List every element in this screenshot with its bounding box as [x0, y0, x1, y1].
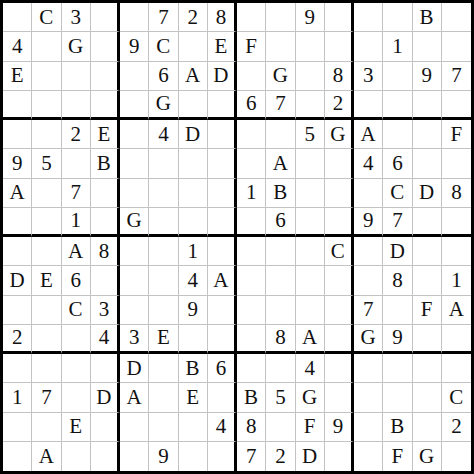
cell-r6c12[interactable] [325, 149, 354, 178]
cell-r13c7: B [179, 354, 208, 383]
cell-r12c4: 4 [91, 325, 120, 354]
cell-r5c1[interactable] [3, 120, 32, 149]
cell-r13c1[interactable] [3, 354, 32, 383]
cell-r3c6: 6 [149, 62, 178, 91]
cell-r7c15: D [413, 179, 442, 208]
cell-r2c9: F [237, 32, 266, 61]
cell-r13c12[interactable] [325, 354, 354, 383]
cell-r10c9[interactable] [237, 266, 266, 295]
cell-r8c11[interactable] [296, 208, 325, 237]
cell-r7c10: B [266, 179, 295, 208]
cell-r5c8[interactable] [208, 120, 237, 149]
cell-r2c12[interactable] [325, 32, 354, 61]
cell-r15c3: E [62, 413, 91, 442]
cell-r11c2[interactable] [32, 296, 61, 325]
cell-r12c7[interactable] [179, 325, 208, 354]
cell-r12c14: 9 [383, 325, 412, 354]
cell-r10c2: E [32, 266, 61, 295]
cell-r13c10[interactable] [266, 354, 295, 383]
cell-r6c11[interactable] [296, 149, 325, 178]
cell-r7c4[interactable] [91, 179, 120, 208]
cell-r7c11[interactable] [296, 179, 325, 208]
cell-r15c15[interactable] [413, 413, 442, 442]
cell-r11c3: C [62, 296, 91, 325]
cell-r15c10[interactable] [266, 413, 295, 442]
cell-r12c16[interactable] [442, 325, 471, 354]
cell-r9c6[interactable] [149, 237, 178, 266]
cell-r8c9[interactable] [237, 208, 266, 237]
cell-r14c4: D [91, 383, 120, 412]
cell-r4c8[interactable] [208, 91, 237, 120]
cell-r12c6: E [149, 325, 178, 354]
cell-r7c3: 7 [62, 179, 91, 208]
cell-r15c6[interactable] [149, 413, 178, 442]
cell-r11c11[interactable] [296, 296, 325, 325]
cell-r9c4: 8 [91, 237, 120, 266]
cell-r12c15[interactable] [413, 325, 442, 354]
cell-r16c9: 7 [237, 442, 266, 471]
hexadoku-board: C37289B4G9CEF1E6ADG8397G6722E4D5GAF95BA4… [0, 0, 474, 474]
cell-r16c10: 2 [266, 442, 295, 471]
cell-r3c11[interactable] [296, 62, 325, 91]
cell-r7c7[interactable] [179, 179, 208, 208]
cell-r1c13[interactable] [354, 3, 383, 32]
cell-r3c10: G [266, 62, 295, 91]
cell-r16c15: G [413, 442, 442, 471]
cell-r15c12: 9 [325, 413, 354, 442]
cell-r2c4[interactable] [91, 32, 120, 61]
cell-r11c5[interactable] [120, 296, 149, 325]
cell-r2c5: 9 [120, 32, 149, 61]
cell-r3c12: 8 [325, 62, 354, 91]
cell-r5c12: G [325, 120, 354, 149]
cell-r9c15[interactable] [413, 237, 442, 266]
cell-r11c4: 3 [91, 296, 120, 325]
cell-r5c13: A [354, 120, 383, 149]
cell-r10c6[interactable] [149, 266, 178, 295]
cell-r5c4: E [91, 120, 120, 149]
cell-r9c11[interactable] [296, 237, 325, 266]
cell-r14c7: E [179, 383, 208, 412]
cell-r16c11: D [296, 442, 325, 471]
cell-r11c13: 7 [354, 296, 383, 325]
cell-r1c2: C [32, 3, 61, 32]
cell-r14c14[interactable] [383, 383, 412, 412]
cell-r2c13[interactable] [354, 32, 383, 61]
cell-r4c13[interactable] [354, 91, 383, 120]
cell-r16c1[interactable] [3, 442, 32, 471]
cell-r6c9[interactable] [237, 149, 266, 178]
cell-r4c1[interactable] [3, 91, 32, 120]
cell-r10c16: 1 [442, 266, 471, 295]
cell-r14c9: B [237, 383, 266, 412]
cell-r15c14: B [383, 413, 412, 442]
cell-r14c3[interactable] [62, 383, 91, 412]
cell-r9c5[interactable] [120, 237, 149, 266]
cell-r9c13[interactable] [354, 237, 383, 266]
cell-r15c13[interactable] [354, 413, 383, 442]
cell-r14c11: G [296, 383, 325, 412]
cell-r14c8[interactable] [208, 383, 237, 412]
cell-r13c8: 6 [208, 354, 237, 383]
cell-r3c9[interactable] [237, 62, 266, 91]
cell-r14c10: 5 [266, 383, 295, 412]
cell-r11c10[interactable] [266, 296, 295, 325]
cell-r1c15: B [413, 3, 442, 32]
cell-r4c11[interactable] [296, 91, 325, 120]
cell-r5c6: 4 [149, 120, 178, 149]
cell-r15c7[interactable] [179, 413, 208, 442]
cell-r4c5[interactable] [120, 91, 149, 120]
cell-r1c1[interactable] [3, 3, 32, 32]
cell-r10c3: 6 [62, 266, 91, 295]
cell-r4c6: G [149, 91, 178, 120]
cell-r14c6[interactable] [149, 383, 178, 412]
cell-r5c9[interactable] [237, 120, 266, 149]
cell-r8c5: G [120, 208, 149, 237]
cell-r10c5[interactable] [120, 266, 149, 295]
cell-r5c16: F [442, 120, 471, 149]
cell-r12c10: 8 [266, 325, 295, 354]
cell-r13c6[interactable] [149, 354, 178, 383]
cell-r16c3[interactable] [62, 442, 91, 471]
cell-r8c6[interactable] [149, 208, 178, 237]
cell-r4c10: 7 [266, 91, 295, 120]
cell-r4c9: 6 [237, 91, 266, 120]
cell-r14c12[interactable] [325, 383, 354, 412]
cell-r11c15: F [413, 296, 442, 325]
cell-r3c14[interactable] [383, 62, 412, 91]
cell-r16c8[interactable] [208, 442, 237, 471]
cell-r1c10[interactable] [266, 3, 295, 32]
cell-r3c7: A [179, 62, 208, 91]
cell-r15c16: 2 [442, 413, 471, 442]
cell-r4c2[interactable] [32, 91, 61, 120]
cell-r3c8: D [208, 62, 237, 91]
cell-r6c13: 4 [354, 149, 383, 178]
cell-r16c16[interactable] [442, 442, 471, 471]
cell-r14c5: A [120, 383, 149, 412]
cell-r7c13[interactable] [354, 179, 383, 208]
cell-r15c5[interactable] [120, 413, 149, 442]
cell-r8c2[interactable] [32, 208, 61, 237]
cell-r3c13: 3 [354, 62, 383, 91]
cell-r9c2[interactable] [32, 237, 61, 266]
cell-r8c7[interactable] [179, 208, 208, 237]
cell-r12c12[interactable] [325, 325, 354, 354]
cell-r8c10: 6 [266, 208, 295, 237]
cell-r6c15[interactable] [413, 149, 442, 178]
cell-r1c9[interactable] [237, 3, 266, 32]
cell-r2c15[interactable] [413, 32, 442, 61]
cell-r10c15[interactable] [413, 266, 442, 295]
cell-r4c3[interactable] [62, 91, 91, 120]
cell-r10c8: A [208, 266, 237, 295]
cell-r9c7: 1 [179, 237, 208, 266]
cell-r5c2[interactable] [32, 120, 61, 149]
cell-r2c16[interactable] [442, 32, 471, 61]
cell-r16c12[interactable] [325, 442, 354, 471]
cell-r8c16[interactable] [442, 208, 471, 237]
cell-r15c1[interactable] [3, 413, 32, 442]
cell-r11c12[interactable] [325, 296, 354, 325]
cell-r6c8[interactable] [208, 149, 237, 178]
cell-r3c3[interactable] [62, 62, 91, 91]
cell-r9c3: A [62, 237, 91, 266]
cell-r8c4[interactable] [91, 208, 120, 237]
cell-r8c1[interactable] [3, 208, 32, 237]
cell-r7c9: 1 [237, 179, 266, 208]
cell-r4c15[interactable] [413, 91, 442, 120]
cell-r16c14: F [383, 442, 412, 471]
cell-r11c8[interactable] [208, 296, 237, 325]
cell-r2c6: C [149, 32, 178, 61]
cell-r13c2[interactable] [32, 354, 61, 383]
cell-r6c10: A [266, 149, 295, 178]
cell-r11c6[interactable] [149, 296, 178, 325]
cell-r15c11: F [296, 413, 325, 442]
cell-r16c5[interactable] [120, 442, 149, 471]
cell-r10c10[interactable] [266, 266, 295, 295]
cell-r3c4[interactable] [91, 62, 120, 91]
cell-r1c3: 3 [62, 3, 91, 32]
cell-r4c4[interactable] [91, 91, 120, 120]
cell-r1c8: 8 [208, 3, 237, 32]
cell-r10c11[interactable] [296, 266, 325, 295]
cell-r15c8: 4 [208, 413, 237, 442]
cell-r6c7[interactable] [179, 149, 208, 178]
cell-r2c10[interactable] [266, 32, 295, 61]
cell-r13c13[interactable] [354, 354, 383, 383]
cell-r4c14[interactable] [383, 91, 412, 120]
cell-r11c16: A [442, 296, 471, 325]
cell-r2c3: G [62, 32, 91, 61]
cell-r12c1: 2 [3, 325, 32, 354]
cell-r6c16[interactable] [442, 149, 471, 178]
cell-r4c12: 2 [325, 91, 354, 120]
cell-r13c3[interactable] [62, 354, 91, 383]
cell-r5c7: D [179, 120, 208, 149]
cell-r12c13: G [354, 325, 383, 354]
cell-r6c4: B [91, 149, 120, 178]
cell-r15c9: 8 [237, 413, 266, 442]
cell-r7c12[interactable] [325, 179, 354, 208]
cell-r13c14[interactable] [383, 354, 412, 383]
cell-r2c7[interactable] [179, 32, 208, 61]
cell-r1c16[interactable] [442, 3, 471, 32]
cell-r16c6: 9 [149, 442, 178, 471]
cell-r2c11[interactable] [296, 32, 325, 61]
cell-r4c7[interactable] [179, 91, 208, 120]
cell-r11c7: 9 [179, 296, 208, 325]
cell-r13c15[interactable] [413, 354, 442, 383]
cell-r8c3: 1 [62, 208, 91, 237]
cell-r2c14: 1 [383, 32, 412, 61]
cell-r1c7: 2 [179, 3, 208, 32]
cell-r3c15: 9 [413, 62, 442, 91]
cell-r14c15[interactable] [413, 383, 442, 412]
cell-r12c3[interactable] [62, 325, 91, 354]
cell-r12c5: 3 [120, 325, 149, 354]
cell-r7c2[interactable] [32, 179, 61, 208]
cell-r7c14: C [383, 179, 412, 208]
cell-r6c2: 5 [32, 149, 61, 178]
cell-r6c5[interactable] [120, 149, 149, 178]
cell-r13c9[interactable] [237, 354, 266, 383]
cell-r1c14[interactable] [383, 3, 412, 32]
cell-r9c10[interactable] [266, 237, 295, 266]
cell-r11c9[interactable] [237, 296, 266, 325]
cell-r9c12: C [325, 237, 354, 266]
cell-r5c10[interactable] [266, 120, 295, 149]
cell-r5c5[interactable] [120, 120, 149, 149]
cell-r10c1: D [3, 266, 32, 295]
cell-r7c16: 8 [442, 179, 471, 208]
cell-r6c14: 6 [383, 149, 412, 178]
cell-r5c11: 5 [296, 120, 325, 149]
cell-r2c1: 4 [3, 32, 32, 61]
cell-r3c2[interactable] [32, 62, 61, 91]
cell-r15c2[interactable] [32, 413, 61, 442]
cell-r1c4[interactable] [91, 3, 120, 32]
cell-r10c7: 4 [179, 266, 208, 295]
cell-r6c3[interactable] [62, 149, 91, 178]
cell-r7c6[interactable] [149, 179, 178, 208]
cell-r1c5[interactable] [120, 3, 149, 32]
cell-r6c6[interactable] [149, 149, 178, 178]
cell-r7c5[interactable] [120, 179, 149, 208]
cell-r12c2[interactable] [32, 325, 61, 354]
cell-r10c4[interactable] [91, 266, 120, 295]
cell-r3c16: 7 [442, 62, 471, 91]
cell-r8c15[interactable] [413, 208, 442, 237]
cell-r7c8[interactable] [208, 179, 237, 208]
sudoku-page: C37289B4G9CEF1E6ADG8397G6722E4D5GAF95BA4… [0, 0, 474, 474]
cell-r5c3: 2 [62, 120, 91, 149]
cell-r10c12[interactable] [325, 266, 354, 295]
cell-r8c13: 9 [354, 208, 383, 237]
cell-r1c11: 9 [296, 3, 325, 32]
cell-r14c1: 1 [3, 383, 32, 412]
cell-r14c13[interactable] [354, 383, 383, 412]
cell-r9c9[interactable] [237, 237, 266, 266]
cell-r11c1[interactable] [3, 296, 32, 325]
cell-r7c1: A [3, 179, 32, 208]
cell-r16c4[interactable] [91, 442, 120, 471]
cell-r9c14: D [383, 237, 412, 266]
cell-r13c5: D [120, 354, 149, 383]
cell-r8c14: 7 [383, 208, 412, 237]
cell-r13c11: 4 [296, 354, 325, 383]
cell-r12c11: A [296, 325, 325, 354]
cell-r10c14: 8 [383, 266, 412, 295]
cell-r12c9[interactable] [237, 325, 266, 354]
cell-r1c6: 7 [149, 3, 178, 32]
cell-r13c4[interactable] [91, 354, 120, 383]
cell-r16c13[interactable] [354, 442, 383, 471]
cell-r9c8[interactable] [208, 237, 237, 266]
cell-r5c14[interactable] [383, 120, 412, 149]
cell-r3c5[interactable] [120, 62, 149, 91]
cell-r11c14[interactable] [383, 296, 412, 325]
cell-r2c8: E [208, 32, 237, 61]
cell-r9c1[interactable] [3, 237, 32, 266]
cell-r9c16[interactable] [442, 237, 471, 266]
cell-r16c2: A [32, 442, 61, 471]
cell-r3c1: E [3, 62, 32, 91]
cell-r12c8[interactable] [208, 325, 237, 354]
cell-r10c13[interactable] [354, 266, 383, 295]
cell-r13c16[interactable] [442, 354, 471, 383]
cell-r15c4[interactable] [91, 413, 120, 442]
cell-r16c7[interactable] [179, 442, 208, 471]
cell-r14c16: C [442, 383, 471, 412]
cell-r2c2[interactable] [32, 32, 61, 61]
cell-r5c15[interactable] [413, 120, 442, 149]
cell-r6c1: 9 [3, 149, 32, 178]
cell-r1c12[interactable] [325, 3, 354, 32]
cell-r8c8[interactable] [208, 208, 237, 237]
cell-r8c12[interactable] [325, 208, 354, 237]
cell-r4c16[interactable] [442, 91, 471, 120]
cell-r14c2: 7 [32, 383, 61, 412]
